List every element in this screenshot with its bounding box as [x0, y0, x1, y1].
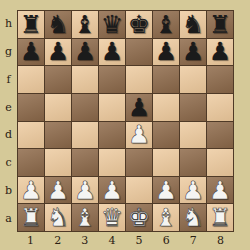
- rank-label-e: e: [0, 93, 17, 121]
- square-e4[interactable]: [99, 94, 125, 121]
- square-c2[interactable]: [45, 149, 71, 176]
- black-knight[interactable]: ♞: [47, 12, 69, 37]
- square-b5[interactable]: [126, 177, 152, 204]
- square-g7[interactable]: ♟: [180, 39, 206, 66]
- square-e6[interactable]: [153, 94, 179, 121]
- rank-label-g: g: [0, 38, 17, 66]
- square-f3[interactable]: [72, 66, 98, 93]
- square-b4[interactable]: ♟: [99, 177, 125, 204]
- rank-labels: hgfedcba: [0, 10, 17, 232]
- black-pawn[interactable]: ♟: [74, 39, 96, 64]
- square-c5[interactable]: [126, 149, 152, 176]
- black-pawn[interactable]: ♟: [20, 39, 42, 64]
- white-rook[interactable]: ♜: [20, 205, 42, 230]
- square-a6[interactable]: ♝: [153, 204, 179, 231]
- black-pawn[interactable]: ♟: [209, 39, 231, 64]
- black-bishop[interactable]: ♝: [155, 12, 177, 37]
- square-e5[interactable]: ♟: [126, 94, 152, 121]
- square-f6[interactable]: [153, 66, 179, 93]
- white-pawn[interactable]: ♟: [74, 178, 96, 203]
- square-a5[interactable]: ♚: [126, 204, 152, 231]
- square-b6[interactable]: ♟: [153, 177, 179, 204]
- white-bishop[interactable]: ♝: [74, 205, 96, 230]
- square-g3[interactable]: ♟: [72, 39, 98, 66]
- square-h8[interactable]: ♜: [207, 11, 233, 38]
- square-e8[interactable]: [207, 94, 233, 121]
- white-pawn[interactable]: ♟: [101, 178, 123, 203]
- file-label-3: 3: [71, 232, 98, 248]
- square-b3[interactable]: ♟: [72, 177, 98, 204]
- chess-app: hgfedcba ♜♞♝♛♚♝♞♜♟♟♟♟♟♟♟♟♟♟♟♟♟♟♟♟♜♞♝♛♚♝♞…: [0, 0, 250, 250]
- black-king[interactable]: ♚: [128, 12, 150, 37]
- white-pawn[interactable]: ♟: [155, 178, 177, 203]
- black-pawn[interactable]: ♟: [155, 39, 177, 64]
- file-label-2: 2: [44, 232, 71, 248]
- file-label-5: 5: [126, 232, 153, 248]
- square-f7[interactable]: [180, 66, 206, 93]
- square-f4[interactable]: [99, 66, 125, 93]
- square-d8[interactable]: [207, 122, 233, 149]
- file-label-8: 8: [207, 232, 234, 248]
- square-d4[interactable]: [99, 122, 125, 149]
- white-rook[interactable]: ♜: [209, 205, 231, 230]
- square-f8[interactable]: [207, 66, 233, 93]
- square-h7[interactable]: ♞: [180, 11, 206, 38]
- chess-board: ♜♞♝♛♚♝♞♜♟♟♟♟♟♟♟♟♟♟♟♟♟♟♟♟♜♞♝♛♚♝♞♜: [17, 10, 234, 232]
- white-pawn[interactable]: ♟: [182, 178, 204, 203]
- square-e1[interactable]: [18, 94, 44, 121]
- file-label-7: 7: [180, 232, 207, 248]
- white-pawn[interactable]: ♟: [47, 178, 69, 203]
- square-e7[interactable]: [180, 94, 206, 121]
- rank-label-h: h: [0, 10, 17, 38]
- rank-label-b: b: [0, 177, 17, 205]
- white-knight[interactable]: ♞: [47, 205, 69, 230]
- square-d7[interactable]: [180, 122, 206, 149]
- square-e3[interactable]: [72, 94, 98, 121]
- rank-label-c: c: [0, 149, 17, 177]
- rank-label-f: f: [0, 66, 17, 94]
- file-label-1: 1: [17, 232, 44, 248]
- square-h6[interactable]: ♝: [153, 11, 179, 38]
- file-label-4: 4: [98, 232, 125, 248]
- square-c3[interactable]: [72, 149, 98, 176]
- black-knight[interactable]: ♞: [182, 12, 204, 37]
- square-b2[interactable]: ♟: [45, 177, 71, 204]
- rank-label-a: a: [0, 204, 17, 232]
- square-d5[interactable]: ♟: [126, 122, 152, 149]
- square-b1[interactable]: ♟: [18, 177, 44, 204]
- square-g8[interactable]: ♟: [207, 39, 233, 66]
- square-d3[interactable]: [72, 122, 98, 149]
- square-a8[interactable]: ♜: [207, 204, 233, 231]
- black-rook[interactable]: ♜: [209, 12, 231, 37]
- square-g6[interactable]: ♟: [153, 39, 179, 66]
- white-pawn[interactable]: ♟: [20, 178, 42, 203]
- square-f1[interactable]: [18, 66, 44, 93]
- square-c8[interactable]: [207, 149, 233, 176]
- file-label-6: 6: [153, 232, 180, 248]
- square-h4[interactable]: ♛: [99, 11, 125, 38]
- white-pawn[interactable]: ♟: [209, 178, 231, 203]
- black-pawn[interactable]: ♟: [182, 39, 204, 64]
- white-knight[interactable]: ♞: [182, 205, 204, 230]
- white-pawn[interactable]: ♟: [128, 122, 150, 147]
- black-bishop[interactable]: ♝: [74, 12, 96, 37]
- square-d2[interactable]: [45, 122, 71, 149]
- square-g1[interactable]: ♟: [18, 39, 44, 66]
- square-a1[interactable]: ♜: [18, 204, 44, 231]
- square-h1[interactable]: ♜: [18, 11, 44, 38]
- square-g2[interactable]: ♟: [45, 39, 71, 66]
- white-king[interactable]: ♚: [128, 205, 150, 230]
- square-b7[interactable]: ♟: [180, 177, 206, 204]
- square-a2[interactable]: ♞: [45, 204, 71, 231]
- black-pawn[interactable]: ♟: [128, 95, 150, 120]
- white-queen[interactable]: ♛: [101, 205, 123, 230]
- square-e2[interactable]: [45, 94, 71, 121]
- square-h2[interactable]: ♞: [45, 11, 71, 38]
- white-bishop[interactable]: ♝: [155, 205, 177, 230]
- square-h5[interactable]: ♚: [126, 11, 152, 38]
- square-c7[interactable]: [180, 149, 206, 176]
- rank-label-d: d: [0, 121, 17, 149]
- square-d1[interactable]: [18, 122, 44, 149]
- black-pawn[interactable]: ♟: [47, 39, 69, 64]
- square-c1[interactable]: [18, 149, 44, 176]
- file-labels: 12345678: [17, 232, 234, 248]
- square-g5[interactable]: [126, 39, 152, 66]
- square-a3[interactable]: ♝: [72, 204, 98, 231]
- black-pawn[interactable]: ♟: [101, 39, 123, 64]
- square-f5[interactable]: [126, 66, 152, 93]
- square-d6[interactable]: [153, 122, 179, 149]
- square-a4[interactable]: ♛: [99, 204, 125, 231]
- square-h3[interactable]: ♝: [72, 11, 98, 38]
- square-g4[interactable]: ♟: [99, 39, 125, 66]
- square-b8[interactable]: ♟: [207, 177, 233, 204]
- black-rook[interactable]: ♜: [20, 12, 42, 37]
- black-queen[interactable]: ♛: [101, 12, 123, 37]
- square-c4[interactable]: [99, 149, 125, 176]
- square-f2[interactable]: [45, 66, 71, 93]
- square-c6[interactable]: [153, 149, 179, 176]
- square-a7[interactable]: ♞: [180, 204, 206, 231]
